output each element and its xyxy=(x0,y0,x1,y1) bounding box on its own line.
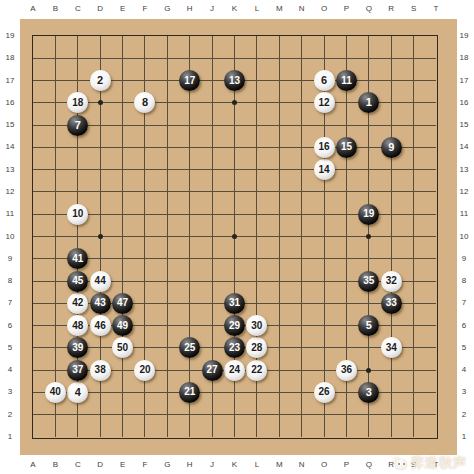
row-label-right: 16 xyxy=(456,98,472,108)
column-label-top: O xyxy=(316,4,332,14)
grid-horizontal-line xyxy=(33,147,436,148)
stone-white-12: 12 xyxy=(314,92,335,113)
column-label-top: J xyxy=(204,4,220,14)
move-number: 1 xyxy=(366,97,372,108)
move-number: 38 xyxy=(95,365,106,375)
row-label-left: 7 xyxy=(2,298,18,308)
row-label-right: 1 xyxy=(456,432,472,442)
row-label-right: 12 xyxy=(456,187,472,197)
stone-black-49: 49 xyxy=(112,315,133,336)
column-label-top: C xyxy=(70,4,86,14)
column-label-bottom: G xyxy=(159,460,175,470)
move-number: 32 xyxy=(386,276,397,286)
stone-white-22: 22 xyxy=(246,360,267,381)
move-number: 50 xyxy=(117,343,128,353)
column-label-bottom: Q xyxy=(361,460,377,470)
star-point xyxy=(232,234,237,239)
stone-white-32: 32 xyxy=(381,271,402,292)
row-label-left: 14 xyxy=(2,142,18,152)
row-label-left: 4 xyxy=(2,365,18,375)
column-label-top: A xyxy=(25,4,41,14)
stone-black-35: 35 xyxy=(358,271,379,292)
row-label-right: 9 xyxy=(456,254,472,264)
row-label-left: 8 xyxy=(2,276,18,286)
column-label-bottom: M xyxy=(271,460,287,470)
row-label-right: 17 xyxy=(456,76,472,86)
row-label-left: 19 xyxy=(2,31,18,41)
move-number: 24 xyxy=(229,365,240,375)
stone-white-2: 2 xyxy=(90,70,111,91)
row-label-right: 18 xyxy=(456,53,472,63)
row-label-left: 11 xyxy=(2,209,18,219)
move-number: 40 xyxy=(50,387,61,397)
stone-black-19: 19 xyxy=(358,204,379,225)
row-label-right: 6 xyxy=(456,321,472,331)
stone-white-36: 36 xyxy=(336,360,357,381)
move-number: 49 xyxy=(117,321,128,331)
move-number: 19 xyxy=(363,209,374,219)
move-number: 46 xyxy=(95,321,106,331)
stone-white-20: 20 xyxy=(134,360,155,381)
stone-black-7: 7 xyxy=(67,115,88,136)
column-label-bottom: P xyxy=(338,460,354,470)
column-label-bottom: C xyxy=(70,460,86,470)
move-number: 11 xyxy=(341,76,352,86)
column-label-top: M xyxy=(271,4,287,14)
row-label-left: 10 xyxy=(2,232,18,242)
stone-white-6: 6 xyxy=(314,70,335,91)
stone-black-31: 31 xyxy=(224,293,245,314)
move-number: 37 xyxy=(72,365,83,375)
move-number: 45 xyxy=(72,276,83,286)
row-label-left: 3 xyxy=(2,387,18,397)
row-label-left: 6 xyxy=(2,321,18,331)
stone-black-15: 15 xyxy=(336,137,357,158)
move-number: 42 xyxy=(72,298,83,308)
row-label-left: 1 xyxy=(2,432,18,442)
grid-horizontal-line xyxy=(33,191,436,192)
column-label-top: P xyxy=(338,4,354,14)
row-label-right: 10 xyxy=(456,232,472,242)
grid-horizontal-line xyxy=(33,414,436,415)
move-number: 2 xyxy=(97,75,103,86)
move-number: 39 xyxy=(72,343,83,353)
move-number: 47 xyxy=(117,298,128,308)
row-label-right: 8 xyxy=(456,276,472,286)
move-number: 28 xyxy=(251,343,262,353)
column-label-bottom: B xyxy=(47,460,63,470)
stone-black-9: 9 xyxy=(381,137,402,158)
row-label-right: 11 xyxy=(456,209,472,219)
move-number: 20 xyxy=(139,365,150,375)
move-number: 8 xyxy=(142,97,148,108)
column-label-top: B xyxy=(47,4,63,14)
go-diagram: 1234567891011121314151617181920212223242… xyxy=(0,0,474,474)
column-label-top: R xyxy=(383,4,399,14)
move-number: 23 xyxy=(229,343,240,353)
move-number: 17 xyxy=(184,76,195,86)
stone-black-21: 21 xyxy=(179,382,200,403)
move-number: 13 xyxy=(229,76,240,86)
move-number: 16 xyxy=(318,142,329,152)
move-number: 25 xyxy=(184,343,195,353)
star-point xyxy=(98,234,103,239)
column-label-bottom: T xyxy=(428,460,444,470)
column-label-bottom: A xyxy=(25,460,41,470)
column-label-bottom: H xyxy=(182,460,198,470)
column-label-bottom: J xyxy=(204,460,220,470)
move-number: 41 xyxy=(72,254,83,264)
move-number: 3 xyxy=(366,387,372,398)
move-number: 5 xyxy=(366,320,372,331)
column-label-bottom: O xyxy=(316,460,332,470)
stone-black-27: 27 xyxy=(202,360,223,381)
stone-white-14: 14 xyxy=(314,159,335,180)
stone-white-40: 40 xyxy=(45,382,66,403)
grid-horizontal-line xyxy=(33,58,436,59)
move-number: 35 xyxy=(363,276,374,286)
move-number: 36 xyxy=(341,365,352,375)
go-board: 1234567891011121314151617181920212223242… xyxy=(20,19,457,455)
row-label-left: 9 xyxy=(2,254,18,264)
column-label-top: E xyxy=(115,4,131,14)
stone-black-33: 33 xyxy=(381,293,402,314)
column-label-bottom: E xyxy=(115,460,131,470)
move-number: 9 xyxy=(388,142,394,153)
move-number: 10 xyxy=(72,209,83,219)
row-label-right: 2 xyxy=(456,410,472,420)
row-label-right: 7 xyxy=(456,298,472,308)
column-label-bottom: L xyxy=(249,460,265,470)
move-number: 15 xyxy=(341,142,352,152)
column-label-top: Q xyxy=(361,4,377,14)
row-label-right: 14 xyxy=(456,142,472,152)
move-number: 7 xyxy=(75,120,81,131)
move-number: 21 xyxy=(184,387,195,397)
move-number: 29 xyxy=(229,321,240,331)
move-number: 33 xyxy=(386,298,397,308)
row-label-right: 19 xyxy=(456,31,472,41)
move-number: 26 xyxy=(318,387,329,397)
row-label-left: 13 xyxy=(2,165,18,175)
row-label-left: 2 xyxy=(2,410,18,420)
stone-black-29: 29 xyxy=(224,315,245,336)
grid-horizontal-line xyxy=(33,125,436,126)
column-label-bottom: S xyxy=(406,460,422,470)
stone-white-44: 44 xyxy=(90,271,111,292)
grid-horizontal-line xyxy=(33,258,436,259)
row-label-left: 16 xyxy=(2,98,18,108)
column-label-top: T xyxy=(428,4,444,14)
stone-black-37: 37 xyxy=(67,360,88,381)
move-number: 44 xyxy=(95,276,106,286)
column-label-bottom: F xyxy=(137,460,153,470)
column-label-bottom: D xyxy=(92,460,108,470)
stone-black-47: 47 xyxy=(112,293,133,314)
row-label-right: 4 xyxy=(456,365,472,375)
row-label-right: 5 xyxy=(456,343,472,353)
column-label-top: H xyxy=(182,4,198,14)
row-label-right: 15 xyxy=(456,120,472,130)
column-label-top: F xyxy=(137,4,153,14)
move-number: 14 xyxy=(318,165,329,175)
column-label-top: N xyxy=(294,4,310,14)
stone-white-26: 26 xyxy=(314,382,335,403)
stone-white-24: 24 xyxy=(224,360,245,381)
stone-black-13: 13 xyxy=(224,70,245,91)
column-label-top: D xyxy=(92,4,108,14)
stone-white-38: 38 xyxy=(90,360,111,381)
move-number: 12 xyxy=(318,98,329,108)
column-label-bottom: K xyxy=(227,460,243,470)
stone-white-34: 34 xyxy=(381,337,402,358)
move-number: 18 xyxy=(72,98,83,108)
row-label-left: 12 xyxy=(2,187,18,197)
stone-black-45: 45 xyxy=(67,271,88,292)
stone-black-11: 11 xyxy=(336,70,357,91)
move-number: 27 xyxy=(207,365,218,375)
stone-white-46: 46 xyxy=(90,315,111,336)
stone-white-10: 10 xyxy=(67,204,88,225)
row-label-left: 17 xyxy=(2,76,18,86)
column-label-top: G xyxy=(159,4,175,14)
row-label-left: 5 xyxy=(2,343,18,353)
move-number: 6 xyxy=(321,75,327,86)
move-number: 31 xyxy=(229,298,240,308)
row-label-left: 15 xyxy=(2,120,18,130)
column-label-bottom: R xyxy=(383,460,399,470)
column-label-top: L xyxy=(249,4,265,14)
row-label-right: 3 xyxy=(456,387,472,397)
row-label-right: 13 xyxy=(456,165,472,175)
move-number: 30 xyxy=(251,321,262,331)
stone-white-16: 16 xyxy=(314,137,335,158)
move-number: 4 xyxy=(75,387,81,398)
stone-black-43: 43 xyxy=(90,293,111,314)
row-label-left: 18 xyxy=(2,53,18,63)
move-number: 43 xyxy=(95,298,106,308)
column-label-top: K xyxy=(227,4,243,14)
grid-horizontal-line xyxy=(33,169,436,170)
stone-white-42: 42 xyxy=(67,293,88,314)
move-number: 34 xyxy=(386,343,397,353)
move-number: 22 xyxy=(251,365,262,375)
move-number: 48 xyxy=(72,321,83,331)
column-label-top: S xyxy=(406,4,422,14)
column-label-bottom: N xyxy=(294,460,310,470)
